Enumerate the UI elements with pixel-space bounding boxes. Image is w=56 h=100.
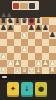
square-c3[interactable] (14, 53, 21, 60)
piece-white-p: ♟ (35, 60, 41, 67)
square-d3[interactable] (21, 53, 28, 60)
square-d5[interactable] (21, 39, 28, 46)
piece-white-r: ♜ (49, 67, 55, 74)
square-b4[interactable] (7, 46, 14, 53)
piece-white-p: ♟ (14, 60, 20, 67)
square-g5[interactable] (42, 39, 49, 46)
square-h2[interactable]: ♟ (49, 60, 56, 67)
square-d4[interactable]: ♟ (21, 46, 28, 53)
square-f6[interactable] (35, 32, 42, 39)
square-c2[interactable]: ♟ (14, 60, 21, 67)
piece-white-r: ♜ (0, 67, 6, 74)
toolbar-panel: ✦ ↓ ● (0, 80, 56, 100)
piece-white-q: ♛ (21, 67, 27, 74)
piece-black-b: ♝ (35, 18, 41, 25)
square-g6[interactable] (42, 32, 49, 39)
square-h5[interactable] (49, 39, 56, 46)
star-icon: ✦ (10, 86, 16, 93)
square-g3[interactable] (42, 53, 49, 60)
square-d6[interactable]: ♞ (21, 32, 28, 39)
square-e3[interactable] (28, 53, 35, 60)
square-a7[interactable]: ♟ (0, 25, 7, 32)
piece-black-b: ♝ (14, 18, 20, 25)
piece-black-p: ♟ (28, 25, 34, 32)
square-c6[interactable] (14, 32, 21, 39)
square-b5[interactable] (7, 39, 14, 46)
square-f3[interactable] (35, 53, 42, 60)
square-h3[interactable] (49, 53, 56, 60)
square-g1[interactable] (42, 67, 49, 74)
piece-white-n: ♞ (21, 32, 27, 39)
square-f5[interactable] (35, 39, 42, 46)
ad-image-block-dark (29, 3, 35, 9)
ad-banner[interactable] (12, 1, 39, 10)
square-c1[interactable]: ♝ (14, 67, 21, 74)
power-up-3-button[interactable]: ● (35, 82, 47, 97)
square-a3[interactable]: ♟ (0, 53, 7, 60)
square-c8[interactable]: ♝ (14, 18, 21, 25)
square-e2[interactable] (28, 60, 35, 67)
piece-black-n: ♞ (7, 18, 13, 25)
square-a4[interactable] (0, 46, 7, 53)
piece-black-k: ♚ (28, 18, 34, 25)
square-d2[interactable] (21, 60, 28, 67)
square-f8[interactable]: ♝ (35, 18, 42, 25)
square-e7[interactable]: ♟ (28, 25, 35, 32)
square-d7[interactable] (21, 25, 28, 32)
piece-white-p: ♟ (0, 53, 6, 60)
piece-black-p: ♟ (35, 25, 41, 32)
square-g2[interactable]: ♟ (42, 60, 49, 67)
square-b1[interactable] (7, 67, 14, 74)
square-e4[interactable] (28, 46, 35, 53)
square-c7[interactable] (14, 25, 21, 32)
square-h8[interactable] (49, 18, 56, 25)
piece-black-p: ♟ (0, 25, 6, 32)
square-f4[interactable] (35, 46, 42, 53)
square-g8[interactable] (42, 18, 49, 25)
square-g7[interactable]: ♟ (42, 25, 49, 32)
square-e6[interactable] (28, 32, 35, 39)
square-g4[interactable] (42, 46, 49, 53)
piece-white-k: ♚ (28, 67, 34, 74)
piece-white-b: ♝ (35, 67, 41, 74)
square-e1[interactable]: ♚ (28, 67, 35, 74)
square-b2[interactable]: ♟ (7, 60, 14, 67)
square-h4[interactable] (49, 46, 56, 53)
square-f2[interactable]: ♟ (35, 60, 42, 67)
square-a1[interactable]: ♜ (0, 67, 7, 74)
piece-black-q: ♛ (21, 18, 27, 25)
square-c4[interactable] (14, 46, 21, 53)
square-b7[interactable]: ♟ (7, 25, 14, 32)
square-b3[interactable] (7, 53, 14, 60)
chess-board[interactable]: ♜♞♝♛♚♝♟♟♟♟♟♞♟♟♟♟♟♟♟♟♜♝♛♚♝♜ (0, 18, 56, 74)
piece-white-p: ♟ (49, 60, 55, 67)
piece-white-p: ♟ (7, 60, 13, 67)
piece-white-p: ♟ (21, 46, 27, 53)
ad-image-block-tan (20, 3, 28, 9)
piece-black-p: ♟ (7, 25, 13, 32)
square-a5[interactable] (0, 39, 7, 46)
square-h7[interactable] (49, 25, 56, 32)
square-e8[interactable]: ♚ (28, 18, 35, 25)
piece-black-r: ♜ (0, 18, 6, 25)
square-e5[interactable] (28, 39, 35, 46)
square-b6[interactable] (7, 32, 14, 39)
square-d1[interactable]: ♛ (21, 67, 28, 74)
coin-icon: ● (38, 86, 44, 93)
down-arrow-icon: ↓ (24, 86, 30, 93)
square-a6[interactable] (0, 32, 7, 39)
app-screen: ♟ ♟ ♜♞♝♛♚♝♟♟♟♟♟♞♟♟♟♟♟♟♟♟♜♝♛♚♝♜ ✦ ↓ ● (0, 0, 56, 100)
square-h6[interactable]: ♟ (49, 32, 56, 39)
square-b8[interactable]: ♞ (7, 18, 14, 25)
ad-image-block-red (13, 3, 19, 9)
power-up-1-button[interactable]: ✦ (7, 82, 19, 97)
square-a2[interactable] (0, 60, 7, 67)
square-f1[interactable]: ♝ (35, 67, 42, 74)
piece-white-p: ♟ (42, 60, 48, 67)
square-d8[interactable]: ♛ (21, 18, 28, 25)
square-h1[interactable]: ♜ (49, 67, 56, 74)
square-f7[interactable]: ♟ (35, 25, 42, 32)
piece-black-p: ♟ (42, 25, 48, 32)
square-c5[interactable] (14, 39, 21, 46)
power-up-2-button[interactable]: ↓ (21, 82, 33, 97)
status-mark (2, 76, 7, 78)
square-a8[interactable]: ♜ (0, 18, 7, 25)
piece-black-p: ♟ (49, 32, 55, 39)
piece-white-b: ♝ (14, 67, 20, 74)
